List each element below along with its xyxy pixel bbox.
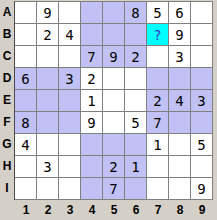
cell-I5[interactable]: 7 [103, 178, 125, 200]
cell-F2[interactable] [37, 112, 59, 134]
col-label-5: 5 [103, 200, 125, 220]
cell-C3[interactable] [59, 46, 81, 68]
cell-A8[interactable]: 6 [169, 2, 191, 24]
col-label-6: 6 [125, 200, 147, 220]
cell-H8[interactable] [169, 156, 191, 178]
cell-D9[interactable] [191, 68, 213, 90]
col-label-1: 1 [15, 200, 37, 220]
cell-C1[interactable] [15, 46, 37, 68]
row-label-G: G [0, 133, 14, 155]
cell-F9[interactable] [191, 112, 213, 134]
cell-G9[interactable]: 5 [191, 134, 213, 156]
cell-E2[interactable] [37, 90, 59, 112]
cell-A6[interactable]: 8 [125, 2, 147, 24]
cell-A2[interactable]: 9 [37, 2, 59, 24]
cell-A3[interactable] [59, 2, 81, 24]
cell-B3[interactable]: 4 [59, 24, 81, 46]
cell-E5[interactable] [103, 90, 125, 112]
cell-B4[interactable] [81, 24, 103, 46]
cell-B2[interactable]: 2 [37, 24, 59, 46]
cell-G2[interactable] [37, 134, 59, 156]
cell-C7[interactable] [147, 46, 169, 68]
cell-E6[interactable] [125, 90, 147, 112]
cell-A1[interactable] [15, 2, 37, 24]
cell-F3[interactable] [59, 112, 81, 134]
cell-B1[interactable] [15, 24, 37, 46]
cell-F4[interactable]: 9 [81, 112, 103, 134]
cell-I8[interactable] [169, 178, 191, 200]
cell-I1[interactable] [15, 178, 37, 200]
row-label-F: F [0, 111, 14, 133]
cell-C8[interactable]: 3 [169, 46, 191, 68]
cell-A4[interactable] [81, 2, 103, 24]
sudoku-grid: 985624?979236321243895741532179 [14, 1, 213, 200]
cell-D7[interactable] [147, 68, 169, 90]
cell-F5[interactable] [103, 112, 125, 134]
row-label-B: B [0, 23, 14, 45]
cell-I2[interactable] [37, 178, 59, 200]
cell-F7[interactable]: 7 [147, 112, 169, 134]
cell-E3[interactable] [59, 90, 81, 112]
cell-H3[interactable] [59, 156, 81, 178]
cell-B8[interactable]: 9 [169, 24, 191, 46]
cell-B6[interactable] [125, 24, 147, 46]
cell-C2[interactable] [37, 46, 59, 68]
row-label-C: C [0, 45, 14, 67]
cell-G6[interactable] [125, 134, 147, 156]
cell-D3[interactable]: 3 [59, 68, 81, 90]
cell-G7[interactable]: 1 [147, 134, 169, 156]
cell-B7[interactable]: ? [147, 24, 169, 46]
row-label-A: A [0, 1, 14, 23]
row-labels: ABCDEFGHI [0, 1, 14, 199]
cell-C6[interactable]: 2 [125, 46, 147, 68]
cell-E1[interactable] [15, 90, 37, 112]
cell-D5[interactable] [103, 68, 125, 90]
cell-H9[interactable] [191, 156, 213, 178]
cell-D2[interactable] [37, 68, 59, 90]
cell-G3[interactable] [59, 134, 81, 156]
cell-C5[interactable]: 9 [103, 46, 125, 68]
col-label-8: 8 [169, 200, 191, 220]
cell-I9[interactable]: 9 [191, 178, 213, 200]
cell-F1[interactable]: 8 [15, 112, 37, 134]
cell-I3[interactable] [59, 178, 81, 200]
col-label-9: 9 [191, 200, 213, 220]
row-label-E: E [0, 89, 14, 111]
cell-H1[interactable] [15, 156, 37, 178]
cell-A7[interactable]: 5 [147, 2, 169, 24]
col-label-3: 3 [59, 200, 81, 220]
row-label-D: D [0, 67, 14, 89]
cell-G1[interactable]: 4 [15, 134, 37, 156]
cell-I4[interactable] [81, 178, 103, 200]
cell-G5[interactable] [103, 134, 125, 156]
sudoku-app: ABCDEFGHI 985624?97923632124389574153217… [0, 0, 217, 220]
row-label-H: H [0, 155, 14, 177]
cell-D4[interactable]: 2 [81, 68, 103, 90]
cell-D1[interactable]: 6 [15, 68, 37, 90]
cell-A5[interactable] [103, 2, 125, 24]
cell-C9[interactable] [191, 46, 213, 68]
column-labels: 123456789 [15, 200, 213, 220]
cell-E8[interactable]: 4 [169, 90, 191, 112]
cell-E9[interactable]: 3 [191, 90, 213, 112]
cell-F6[interactable]: 5 [125, 112, 147, 134]
cell-H4[interactable] [81, 156, 103, 178]
cell-B5[interactable] [103, 24, 125, 46]
row-label-I: I [0, 177, 14, 199]
cell-H7[interactable] [147, 156, 169, 178]
cell-G4[interactable] [81, 134, 103, 156]
cell-B9[interactable] [191, 24, 213, 46]
cell-I6[interactable] [125, 178, 147, 200]
col-label-2: 2 [37, 200, 59, 220]
cell-D6[interactable] [125, 68, 147, 90]
cell-D8[interactable] [169, 68, 191, 90]
col-label-4: 4 [81, 200, 103, 220]
cell-F8[interactable] [169, 112, 191, 134]
cell-H6[interactable]: 1 [125, 156, 147, 178]
col-label-7: 7 [147, 200, 169, 220]
cell-A9[interactable] [191, 2, 213, 24]
cell-C4[interactable]: 7 [81, 46, 103, 68]
cell-H5[interactable]: 2 [103, 156, 125, 178]
cell-H2[interactable]: 3 [37, 156, 59, 178]
cell-E7[interactable]: 2 [147, 90, 169, 112]
cell-G8[interactable] [169, 134, 191, 156]
cell-E4[interactable]: 1 [81, 90, 103, 112]
cell-I7[interactable] [147, 178, 169, 200]
